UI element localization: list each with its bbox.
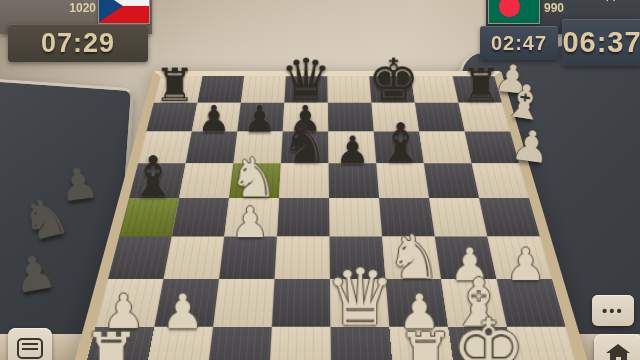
piece-wR-a1[interactable]: ♜ xyxy=(82,328,141,360)
square-b4[interactable] xyxy=(172,198,229,236)
piece-bP-e6[interactable]: ♟ xyxy=(335,133,369,167)
square-f5[interactable] xyxy=(376,163,429,198)
menu-list-icon xyxy=(17,338,43,359)
square-b5[interactable] xyxy=(179,163,233,198)
square-d4[interactable] xyxy=(277,198,330,236)
square-f6[interactable]: ♝ xyxy=(374,132,424,164)
piece-bR-a8[interactable]: ♜ xyxy=(154,65,195,106)
captured-piece-bP: ♟ xyxy=(11,251,59,299)
square-a5[interactable]: ♝ xyxy=(129,163,186,198)
square-c5[interactable]: ♞ xyxy=(229,163,281,198)
square-c7[interactable]: ♟ xyxy=(237,103,284,132)
square-g5[interactable] xyxy=(424,163,479,198)
bangladesh-flag-icon xyxy=(488,0,540,24)
square-b7[interactable]: ♟ xyxy=(192,103,241,132)
square-e5[interactable] xyxy=(329,163,379,198)
piece-wP-b2[interactable]: ♟ xyxy=(162,290,204,333)
square-d3[interactable] xyxy=(274,236,330,279)
piece-wR-f1[interactable]: ♜ xyxy=(396,328,455,360)
square-h4[interactable] xyxy=(479,198,540,236)
piece-bP-b7[interactable]: ♟ xyxy=(197,102,230,135)
menu-button[interactable] xyxy=(8,328,52,360)
more-options-button[interactable]: ••• xyxy=(592,295,634,326)
square-d6[interactable]: ♞ xyxy=(281,132,329,164)
square-b2[interactable]: ♟ xyxy=(154,279,219,327)
square-a7[interactable] xyxy=(146,103,197,132)
captured-piece-wB: ♝ xyxy=(501,79,548,126)
piece-wP-c4[interactable]: ♟ xyxy=(231,203,269,241)
white-player-clock: 07:29 xyxy=(8,24,148,62)
piece-bP-c7[interactable]: ♟ xyxy=(243,102,276,135)
piece-bB-f6[interactable]: ♝ xyxy=(376,119,424,167)
square-a4[interactable] xyxy=(119,198,179,236)
square-e6[interactable]: ♟ xyxy=(328,132,376,164)
game-screen: ♜♛♚♜♟♟♟♞♟♝♝♞♟♞♟♟♟♟♛♟♝♜♜♚ ♟♞♟♟♝♟ michante… xyxy=(0,0,640,360)
square-e7[interactable] xyxy=(328,103,374,132)
player-left-rating: 1020 xyxy=(6,1,96,15)
square-g1[interactable]: ♚ xyxy=(448,327,518,360)
square-d1[interactable] xyxy=(269,327,331,360)
square-c1[interactable] xyxy=(206,327,271,360)
square-e2[interactable]: ♛ xyxy=(330,279,389,327)
square-e4[interactable] xyxy=(329,198,382,236)
square-g6[interactable] xyxy=(419,132,471,164)
square-a8[interactable]: ♜ xyxy=(154,76,203,103)
square-f1[interactable]: ♜ xyxy=(389,327,456,360)
player-right-rating: 990 xyxy=(544,1,622,15)
square-c2[interactable] xyxy=(213,279,274,327)
square-c4[interactable]: ♟ xyxy=(224,198,279,236)
square-d5[interactable] xyxy=(279,163,329,198)
square-b3[interactable] xyxy=(163,236,224,279)
piece-wN-c5[interactable]: ♞ xyxy=(229,154,278,203)
square-d2[interactable] xyxy=(272,279,331,327)
captured-piece-wP: ♟ xyxy=(510,126,553,169)
piece-wP-h3[interactable]: ♟ xyxy=(506,244,546,284)
square-f8[interactable]: ♚ xyxy=(369,76,415,103)
piece-bN-d6[interactable]: ♞ xyxy=(281,121,327,168)
square-a3[interactable] xyxy=(108,236,172,279)
square-c3[interactable] xyxy=(219,236,277,279)
piece-bB-a5[interactable]: ♝ xyxy=(128,152,179,203)
black-player-clock: 06:37 xyxy=(562,19,640,66)
home-button[interactable] xyxy=(594,334,640,360)
square-e8[interactable] xyxy=(328,76,372,103)
home-icon xyxy=(610,353,627,360)
piece-wQ-e2[interactable]: ♛ xyxy=(325,262,395,332)
piece-bK-f8[interactable]: ♚ xyxy=(368,54,420,106)
czech-flag-icon xyxy=(98,0,150,24)
piece-wK-g1[interactable]: ♚ xyxy=(451,312,525,360)
move-timer: 02:47 xyxy=(480,26,558,60)
